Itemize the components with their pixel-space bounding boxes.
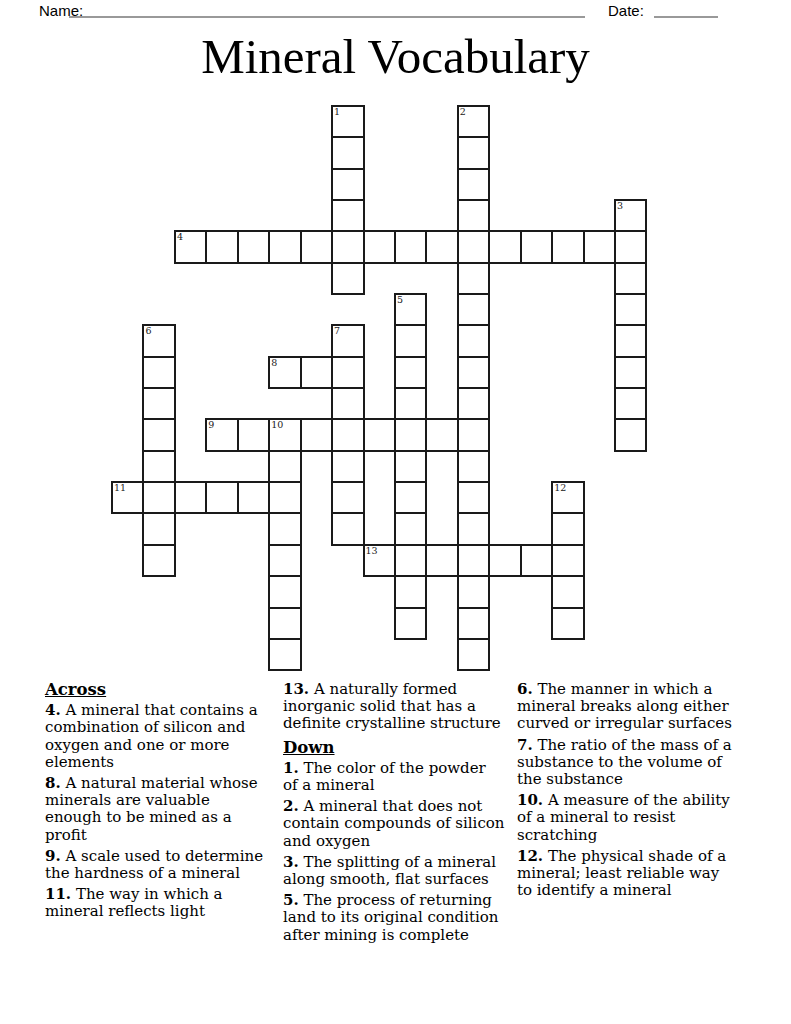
crossword-cell[interactable] [301, 419, 332, 450]
crossword-cell[interactable] [143, 451, 174, 482]
blocked-space [489, 608, 520, 639]
blocked-space [269, 106, 300, 137]
blocked-space [615, 106, 646, 137]
crossword-cell[interactable] [615, 263, 646, 294]
blocked-space [112, 608, 143, 639]
clue-number-label: 5. [283, 891, 299, 909]
crossword-cell[interactable] [332, 137, 363, 168]
blocked-space [521, 388, 552, 419]
blocked-space [332, 576, 363, 607]
blocked-space [112, 357, 143, 388]
blocked-space [521, 200, 552, 231]
clue-number-label: 12. [517, 847, 543, 865]
crossword-cell[interactable] [426, 231, 457, 262]
blocked-space [364, 169, 395, 200]
crossword-cell[interactable] [332, 419, 363, 450]
clue-column-3: 6. The manner in which a mineral breaks … [517, 681, 739, 903]
blocked-space [584, 294, 615, 325]
blocked-space [175, 451, 206, 482]
blocked-space [584, 263, 615, 294]
crossword-cell[interactable] [238, 482, 269, 513]
crossword-cell[interactable] [615, 325, 646, 356]
crossword-cell[interactable] [458, 639, 489, 670]
crossword-cell[interactable]: 8 [269, 357, 300, 388]
blocked-space [175, 608, 206, 639]
name-input-line[interactable] [69, 16, 585, 18]
blocked-space [143, 294, 174, 325]
blocked-space [364, 357, 395, 388]
crossword-cell[interactable]: 9 [206, 419, 237, 450]
across-clue-11: 11. The way in which a mineral reflects … [45, 886, 267, 920]
crossword-cell[interactable] [238, 231, 269, 262]
crossword-cell[interactable] [269, 545, 300, 576]
crossword-cell[interactable] [395, 608, 426, 639]
down-clue-6: 6. The manner in which a mineral breaks … [517, 681, 739, 733]
blocked-space [552, 357, 583, 388]
blocked-space [426, 200, 457, 231]
blocked-space [364, 294, 395, 325]
crossword-cell[interactable] [458, 419, 489, 450]
blocked-space [269, 137, 300, 168]
blocked-space [364, 513, 395, 544]
clue-number-label: 11. [45, 885, 71, 903]
blocked-space [206, 263, 237, 294]
blocked-space [301, 169, 332, 200]
blocked-space [206, 325, 237, 356]
blocked-space [301, 388, 332, 419]
blocked-space [206, 200, 237, 231]
clue-column-2: 13. A naturally formed inorganic solid t… [283, 681, 505, 948]
blocked-space [175, 513, 206, 544]
blocked-space [521, 451, 552, 482]
blocked-space [301, 294, 332, 325]
crossword-cell[interactable] [364, 419, 395, 450]
crossword-cell[interactable]: 5 [395, 294, 426, 325]
crossword-cell[interactable] [458, 169, 489, 200]
blocked-space [206, 513, 237, 544]
blocked-space [175, 419, 206, 450]
crossword-cell[interactable] [458, 137, 489, 168]
crossword-cell[interactable] [143, 388, 174, 419]
crossword-cell[interactable] [143, 357, 174, 388]
blocked-space [521, 357, 552, 388]
crossword-cell[interactable] [615, 388, 646, 419]
blocked-space [238, 263, 269, 294]
blocked-space [426, 482, 457, 513]
blocked-space [521, 294, 552, 325]
down-clue-5: 5. The process of returning land to its … [283, 892, 505, 944]
blocked-space [552, 200, 583, 231]
crossword-cell[interactable] [458, 263, 489, 294]
blocked-space [269, 169, 300, 200]
crossword-cell[interactable]: 3 [615, 200, 646, 231]
crossword-cell[interactable] [458, 451, 489, 482]
blocked-space [206, 357, 237, 388]
blocked-space [238, 513, 269, 544]
crossword-cell[interactable] [332, 482, 363, 513]
blocked-space [426, 106, 457, 137]
crossword-cell[interactable]: 1 [332, 106, 363, 137]
blocked-space [584, 200, 615, 231]
clue-number-label: 7. [517, 736, 533, 754]
blocked-space [238, 357, 269, 388]
crossword-cell[interactable] [332, 200, 363, 231]
clue-number-label: 4. [45, 701, 61, 719]
crossword-cell[interactable] [395, 388, 426, 419]
crossword-cell[interactable] [269, 482, 300, 513]
blocked-space [584, 482, 615, 513]
clue-number-label: 2. [283, 797, 299, 815]
blocked-space [301, 576, 332, 607]
blocked-space [395, 137, 426, 168]
blocked-space [395, 106, 426, 137]
blocked-space [426, 357, 457, 388]
blocked-space [175, 200, 206, 231]
blocked-space [584, 545, 615, 576]
crossword-grid: 12345678910111213 [112, 106, 646, 670]
blocked-space [112, 263, 143, 294]
crossword-cell[interactable] [269, 639, 300, 670]
blocked-space [364, 200, 395, 231]
blocked-space [143, 576, 174, 607]
down-clues-header: Down [283, 739, 505, 756]
crossword-cell[interactable] [332, 451, 363, 482]
blocked-space [112, 231, 143, 262]
across-clue-13: 13. A naturally formed inorganic solid t… [283, 681, 505, 733]
blocked-space [364, 106, 395, 137]
crossword-cell[interactable] [332, 357, 363, 388]
blocked-space [238, 106, 269, 137]
crossword-cell[interactable] [206, 482, 237, 513]
blocked-space [489, 169, 520, 200]
blocked-space [489, 482, 520, 513]
blocked-space [112, 639, 143, 670]
blocked-space [112, 451, 143, 482]
blocked-space [112, 106, 143, 137]
crossword-cell[interactable] [458, 608, 489, 639]
crossword-cell[interactable]: 7 [332, 325, 363, 356]
crossword-cell[interactable] [521, 545, 552, 576]
across-clues-header: Across [45, 681, 267, 698]
blocked-space [238, 200, 269, 231]
blocked-space [301, 513, 332, 544]
blocked-space [489, 639, 520, 670]
crossword-cell[interactable] [489, 545, 520, 576]
blocked-space [426, 169, 457, 200]
blocked-space [521, 169, 552, 200]
blocked-space [489, 513, 520, 544]
blocked-space [143, 263, 174, 294]
crossword-cell[interactable]: 6 [143, 325, 174, 356]
blocked-space [521, 106, 552, 137]
down-clue-10: 10. A measure of the ability of a minera… [517, 792, 739, 844]
crossword-cell[interactable] [426, 545, 457, 576]
blocked-space [301, 608, 332, 639]
blocked-space [364, 263, 395, 294]
blocked-space [112, 169, 143, 200]
crossword-cell[interactable] [269, 451, 300, 482]
blocked-space [552, 137, 583, 168]
date-label: Date: [608, 2, 644, 19]
blocked-space [489, 388, 520, 419]
blocked-space [143, 106, 174, 137]
blocked-space [238, 608, 269, 639]
date-input-line[interactable] [654, 16, 718, 18]
blocked-space [332, 608, 363, 639]
blocked-space [364, 576, 395, 607]
blocked-space [332, 545, 363, 576]
blocked-space [552, 419, 583, 450]
blocked-space [175, 169, 206, 200]
blocked-space [301, 325, 332, 356]
crossword-cell[interactable] [489, 231, 520, 262]
blocked-space [112, 388, 143, 419]
blocked-space [175, 263, 206, 294]
blocked-space [584, 451, 615, 482]
blocked-space [175, 576, 206, 607]
crossword-cell[interactable] [552, 608, 583, 639]
crossword-cell[interactable] [395, 325, 426, 356]
blocked-space [175, 137, 206, 168]
blocked-space [552, 169, 583, 200]
blocked-space [584, 357, 615, 388]
blocked-space [238, 576, 269, 607]
blocked-space [521, 263, 552, 294]
blocked-space [489, 357, 520, 388]
blocked-space [206, 137, 237, 168]
blocked-space [489, 294, 520, 325]
blocked-space [112, 137, 143, 168]
blocked-space [364, 451, 395, 482]
crossword-cell[interactable] [332, 513, 363, 544]
blocked-space [521, 137, 552, 168]
blocked-space [426, 388, 457, 419]
blocked-space [395, 639, 426, 670]
blocked-space [489, 137, 520, 168]
crossword-cell[interactable] [552, 545, 583, 576]
crossword-cell[interactable] [552, 513, 583, 544]
blocked-space [584, 325, 615, 356]
crossword-cell[interactable] [615, 419, 646, 450]
crossword-cell[interactable]: 12 [552, 482, 583, 513]
crossword-cell[interactable] [458, 513, 489, 544]
crossword-cell[interactable] [395, 231, 426, 262]
blocked-space [489, 576, 520, 607]
crossword-cell[interactable]: 10 [269, 419, 300, 450]
blocked-space [426, 608, 457, 639]
crossword-cell[interactable] [458, 576, 489, 607]
blocked-space [301, 200, 332, 231]
clue-number: 4 [177, 231, 183, 242]
blocked-space [395, 200, 426, 231]
blocked-space [206, 451, 237, 482]
blocked-space [615, 482, 646, 513]
crossword-cell[interactable] [332, 388, 363, 419]
blocked-space [269, 325, 300, 356]
blocked-space [238, 325, 269, 356]
blocked-space [584, 576, 615, 607]
crossword-cell[interactable] [301, 231, 332, 262]
crossword-cell[interactable] [269, 576, 300, 607]
blocked-space [206, 576, 237, 607]
crossword-cell[interactable] [143, 545, 174, 576]
blocked-space [206, 545, 237, 576]
crossword-cell[interactable] [521, 231, 552, 262]
blocked-space [143, 608, 174, 639]
crossword-cell[interactable] [206, 231, 237, 262]
crossword-cell[interactable] [584, 231, 615, 262]
blocked-space [426, 294, 457, 325]
crossword-cell[interactable] [143, 513, 174, 544]
blocked-space [489, 200, 520, 231]
crossword-cell[interactable] [426, 419, 457, 450]
crossword-cell[interactable]: 13 [364, 545, 395, 576]
crossword-cell[interactable] [395, 576, 426, 607]
crossword-cell[interactable] [552, 231, 583, 262]
crossword-cell[interactable] [395, 482, 426, 513]
clue-number: 12 [554, 482, 566, 493]
clue-number: 1 [334, 106, 340, 117]
crossword-cell[interactable] [269, 608, 300, 639]
blocked-space [489, 451, 520, 482]
blocked-space [426, 576, 457, 607]
blocked-space [112, 545, 143, 576]
blocked-space [489, 106, 520, 137]
blocked-space [552, 639, 583, 670]
clue-number: 5 [397, 294, 403, 305]
blocked-space [615, 451, 646, 482]
crossword-cell[interactable] [143, 482, 174, 513]
crossword-cell[interactable] [143, 419, 174, 450]
clue-number-label: 9. [45, 847, 61, 865]
blocked-space [615, 576, 646, 607]
blocked-space [269, 294, 300, 325]
crossword-cell[interactable] [615, 231, 646, 262]
blocked-space [364, 639, 395, 670]
blocked-space [175, 106, 206, 137]
blocked-space [584, 106, 615, 137]
blocked-space [301, 639, 332, 670]
crossword-cell[interactable] [458, 325, 489, 356]
crossword-cell[interactable] [458, 545, 489, 576]
blocked-space [521, 482, 552, 513]
crossword-cell[interactable] [395, 545, 426, 576]
blocked-space [521, 576, 552, 607]
blocked-space [395, 263, 426, 294]
clue-number: 11 [114, 482, 126, 493]
blocked-space [426, 325, 457, 356]
crossword-cell[interactable] [301, 357, 332, 388]
crossword-cell[interactable] [458, 388, 489, 419]
crossword-cell[interactable]: 4 [175, 231, 206, 262]
crossword-cell[interactable] [332, 263, 363, 294]
blocked-space [426, 639, 457, 670]
clue-number: 3 [617, 200, 623, 211]
crossword-cell[interactable] [458, 294, 489, 325]
blocked-space [521, 608, 552, 639]
blocked-space [584, 639, 615, 670]
clue-number: 10 [271, 419, 283, 430]
blocked-space [584, 419, 615, 450]
blocked-space [143, 169, 174, 200]
blocked-space [112, 419, 143, 450]
crossword-cell[interactable] [395, 419, 426, 450]
crossword-cell[interactable] [458, 357, 489, 388]
blocked-space [175, 545, 206, 576]
clue-number: 9 [208, 419, 214, 430]
blocked-space [112, 576, 143, 607]
blocked-space [143, 200, 174, 231]
crossword-cell[interactable] [552, 576, 583, 607]
clue-number-label: 6. [517, 680, 533, 698]
blocked-space [112, 513, 143, 544]
blocked-space [426, 451, 457, 482]
blocked-space [238, 294, 269, 325]
crossword-cell[interactable]: 2 [458, 106, 489, 137]
crossword-cell[interactable] [458, 482, 489, 513]
clue-number-label: 13. [283, 680, 309, 698]
blocked-space [426, 513, 457, 544]
blocked-space [552, 106, 583, 137]
blocked-space [584, 388, 615, 419]
crossword-cell[interactable] [458, 200, 489, 231]
blocked-space [489, 419, 520, 450]
crossword-cell[interactable] [615, 357, 646, 388]
blocked-space [489, 325, 520, 356]
crossword-cell[interactable] [395, 451, 426, 482]
blocked-space [175, 294, 206, 325]
blocked-space [175, 639, 206, 670]
blocked-space [552, 294, 583, 325]
blocked-space [301, 137, 332, 168]
blocked-space [584, 137, 615, 168]
blocked-space [112, 200, 143, 231]
crossword-cell[interactable] [269, 513, 300, 544]
crossword-cell[interactable] [395, 357, 426, 388]
blocked-space [332, 639, 363, 670]
clue-number-label: 3. [283, 853, 299, 871]
blocked-space [238, 639, 269, 670]
blocked-space [238, 545, 269, 576]
clue-number-label: 10. [517, 791, 543, 809]
crossword-cell[interactable] [395, 513, 426, 544]
blocked-space [206, 608, 237, 639]
crossword-cell[interactable] [458, 231, 489, 262]
blocked-space [615, 545, 646, 576]
crossword-cell[interactable] [332, 231, 363, 262]
blocked-space [143, 639, 174, 670]
crossword-cell[interactable] [269, 231, 300, 262]
crossword-cell[interactable] [615, 294, 646, 325]
crossword-cell[interactable]: 11 [112, 482, 143, 513]
clue-number: 13 [366, 545, 378, 556]
crossword-cell[interactable] [175, 482, 206, 513]
down-clue-1: 1. The color of the powder of a mineral [283, 760, 505, 794]
blocked-space [206, 294, 237, 325]
blocked-space [269, 388, 300, 419]
crossword-cell[interactable] [364, 231, 395, 262]
blocked-space [552, 388, 583, 419]
clue-number-label: 1. [283, 759, 299, 777]
clue-number: 6 [145, 325, 151, 336]
blocked-space [584, 608, 615, 639]
blocked-space [238, 169, 269, 200]
blocked-space [332, 294, 363, 325]
across-clue-4: 4. A mineral that contains a combination… [45, 702, 267, 771]
crossword-cell[interactable] [238, 419, 269, 450]
down-clue-12: 12. The physical shade of a mineral; lea… [517, 848, 739, 900]
crossword-cell[interactable] [332, 169, 363, 200]
